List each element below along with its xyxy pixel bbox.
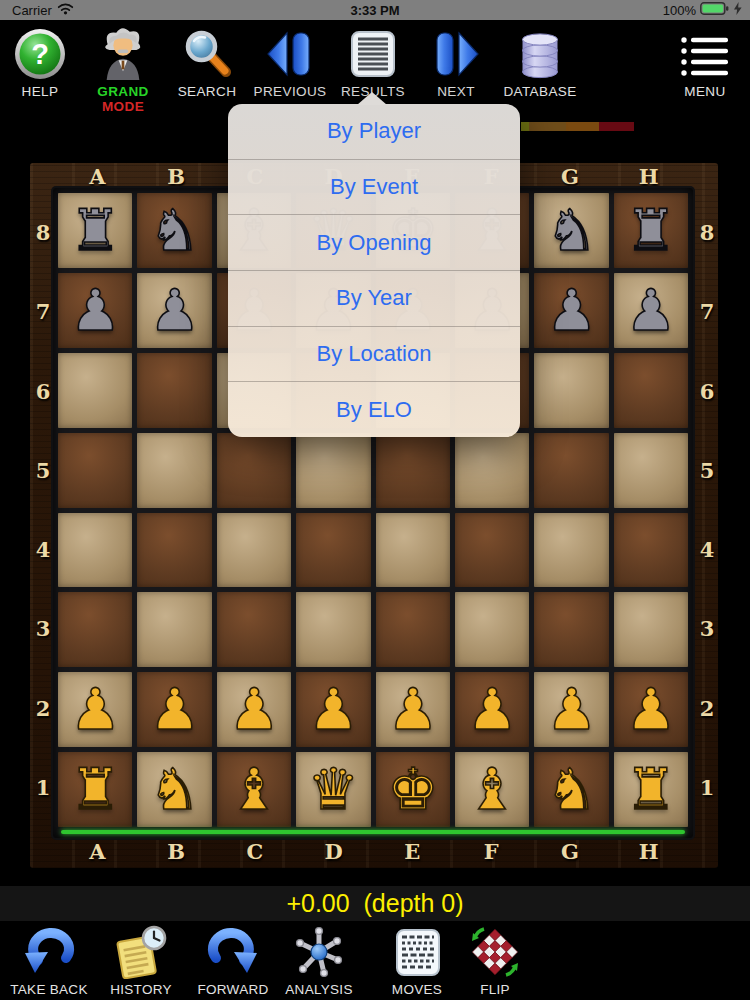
white-rook: ♜ — [625, 761, 676, 818]
square-g4[interactable] — [534, 513, 608, 588]
square-b6[interactable] — [137, 353, 211, 428]
evaluation-text: +0.00 (depth 0) — [286, 889, 463, 918]
file-label-b: B — [137, 165, 216, 188]
database-button[interactable]: DATABASE — [495, 26, 585, 100]
previous-button[interactable]: PREVIOUS — [245, 26, 335, 100]
rank-label-5: 5 — [33, 431, 53, 510]
carrier-label: Carrier — [12, 3, 52, 18]
rank-label-8: 8 — [697, 193, 717, 272]
forward-button[interactable]: FORWARD — [185, 923, 281, 997]
square-h5[interactable] — [614, 433, 688, 508]
file-label-h: H — [609, 837, 688, 865]
file-label-e: E — [373, 837, 452, 865]
square-e4[interactable] — [376, 513, 450, 588]
square-a2[interactable]: ♟ — [58, 672, 132, 747]
square-f1[interactable]: ♝ — [455, 752, 529, 827]
strength-gradient-bar — [521, 122, 634, 131]
menu-item-by-elo[interactable]: By ELO — [228, 382, 520, 437]
chess-app: 3:33 PM Carrier 100% — [0, 0, 750, 1000]
rank-label-4: 4 — [697, 510, 717, 589]
file-labels-bottom: ABCDEFGH — [58, 837, 688, 865]
rank-label-2: 2 — [697, 669, 717, 748]
analysis-button[interactable]: ANALYSIS — [271, 923, 367, 997]
square-c2[interactable]: ♟ — [217, 672, 291, 747]
take-back-button[interactable]: TAKE BACK — [1, 923, 97, 997]
wifi-icon — [57, 2, 74, 18]
file-label-f: F — [452, 837, 531, 865]
square-f3[interactable] — [455, 592, 529, 667]
file-label-h: H — [609, 165, 688, 188]
square-e1[interactable]: ♚ — [376, 752, 450, 827]
square-b7[interactable]: ♟ — [137, 273, 211, 348]
next-arrow-icon — [430, 26, 482, 80]
flip-board-icon — [467, 923, 523, 979]
square-b1[interactable]: ♞ — [137, 752, 211, 827]
results-popover: By Player By Event By Opening By Year By… — [228, 104, 520, 437]
search-label: SEARCH — [178, 85, 237, 100]
grand-mode-button[interactable]: GRAND MODE — [78, 26, 168, 115]
grand-label: GRAND — [97, 84, 149, 99]
database-label: DATABASE — [503, 85, 576, 100]
white-pawn: ♟ — [70, 681, 121, 738]
square-a8[interactable]: ♜ — [58, 193, 132, 268]
history-button[interactable]: HISTORY — [93, 923, 189, 997]
rank-label-7: 7 — [697, 272, 717, 351]
white-pawn: ♟ — [467, 681, 518, 738]
rank-label-8: 8 — [33, 193, 53, 272]
square-g6[interactable] — [534, 353, 608, 428]
white-king: ♚ — [387, 761, 438, 818]
square-c5[interactable] — [217, 433, 291, 508]
square-g8[interactable]: ♞ — [534, 193, 608, 268]
white-pawn: ♟ — [228, 681, 279, 738]
black-pawn: ♟ — [149, 282, 200, 339]
menu-label: MENU — [684, 85, 725, 100]
undo-arrow-icon — [21, 923, 77, 979]
atom-icon — [291, 923, 347, 979]
black-rook: ♜ — [70, 202, 121, 259]
square-f4[interactable] — [455, 513, 529, 588]
rank-label-3: 3 — [697, 589, 717, 668]
square-h1[interactable]: ♜ — [614, 752, 688, 827]
svg-text:?: ? — [31, 38, 49, 70]
square-a1[interactable]: ♜ — [58, 752, 132, 827]
square-b3[interactable] — [137, 592, 211, 667]
rank-label-1: 1 — [697, 748, 717, 827]
white-pawn: ♟ — [546, 681, 597, 738]
move-list-icon — [389, 923, 445, 979]
black-pawn: ♟ — [70, 282, 121, 339]
help-button[interactable]: ? HELP — [0, 26, 85, 100]
square-c3[interactable] — [217, 592, 291, 667]
battery-icon — [700, 2, 730, 18]
square-g1[interactable]: ♞ — [534, 752, 608, 827]
square-c1[interactable]: ♝ — [217, 752, 291, 827]
search-button[interactable]: SEARCH — [162, 26, 252, 100]
white-knight: ♞ — [546, 761, 597, 818]
charging-bolt-icon — [734, 2, 742, 18]
file-label-g: G — [531, 165, 610, 188]
magnifier-icon — [181, 26, 233, 80]
white-knight: ♞ — [149, 761, 200, 818]
white-rook: ♜ — [70, 761, 121, 818]
status-bar: 3:33 PM Carrier 100% — [0, 0, 750, 20]
popover-arrow — [357, 92, 387, 105]
square-d3[interactable] — [296, 592, 370, 667]
square-g2[interactable]: ♟ — [534, 672, 608, 747]
flip-label: FLIP — [480, 982, 510, 997]
rank-labels-left: 87654321 — [33, 193, 53, 827]
notes-clock-icon — [113, 923, 169, 979]
white-to-move-indicator — [61, 830, 685, 834]
file-label-c: C — [216, 837, 295, 865]
battery-percent-label: 100% — [663, 3, 696, 18]
flip-button[interactable]: FLIP — [447, 923, 543, 997]
file-label-g: G — [531, 837, 610, 865]
square-f2[interactable]: ♟ — [455, 672, 529, 747]
rank-label-4: 4 — [33, 510, 53, 589]
rank-label-6: 6 — [697, 352, 717, 431]
square-c4[interactable] — [217, 513, 291, 588]
square-d2[interactable]: ♟ — [296, 672, 370, 747]
take-back-label: TAKE BACK — [10, 982, 87, 997]
file-label-a: A — [58, 837, 137, 865]
square-h6[interactable] — [614, 353, 688, 428]
square-h2[interactable]: ♟ — [614, 672, 688, 747]
history-label: HISTORY — [110, 982, 172, 997]
square-a5[interactable] — [58, 433, 132, 508]
rank-label-3: 3 — [33, 589, 53, 668]
square-h8[interactable]: ♜ — [614, 193, 688, 268]
square-g5[interactable] — [534, 433, 608, 508]
white-bishop: ♝ — [228, 761, 279, 818]
einstein-icon — [98, 26, 148, 80]
bottom-toolbar: TAKE BACK HISTORY — [0, 921, 750, 1000]
previous-label: PREVIOUS — [254, 85, 327, 100]
black-knight: ♞ — [546, 202, 597, 259]
square-a4[interactable] — [58, 513, 132, 588]
rank-label-6: 6 — [33, 352, 53, 431]
square-e5[interactable] — [376, 433, 450, 508]
menu-item-by-event[interactable]: By Event — [228, 160, 520, 216]
square-b5[interactable] — [137, 433, 211, 508]
database-cylinder-icon — [514, 26, 566, 80]
rank-label-5: 5 — [697, 431, 717, 510]
rank-labels-right: 87654321 — [697, 193, 717, 827]
white-pawn: ♟ — [149, 681, 200, 738]
help-label: HELP — [22, 85, 59, 100]
redo-arrow-icon — [205, 923, 261, 979]
white-bishop: ♝ — [467, 761, 518, 818]
rank-label-7: 7 — [33, 272, 53, 351]
forward-label: FORWARD — [197, 982, 268, 997]
black-pawn: ♟ — [546, 282, 597, 339]
white-pawn: ♟ — [387, 681, 438, 738]
square-a7[interactable]: ♟ — [58, 273, 132, 348]
square-g3[interactable] — [534, 592, 608, 667]
file-label-a: A — [58, 165, 137, 188]
square-h3[interactable] — [614, 592, 688, 667]
square-b4[interactable] — [137, 513, 211, 588]
mode-label: MODE — [102, 99, 144, 114]
square-a3[interactable] — [58, 592, 132, 667]
menu-item-by-year[interactable]: By Year — [228, 271, 520, 327]
black-pawn: ♟ — [625, 282, 676, 339]
analysis-label: ANALYSIS — [285, 982, 352, 997]
black-knight: ♞ — [149, 202, 200, 259]
square-d4[interactable] — [296, 513, 370, 588]
moves-label: MOVES — [392, 982, 442, 997]
white-pawn: ♟ — [308, 681, 359, 738]
clock-text: 3:33 PM — [0, 3, 750, 18]
rank-label-2: 2 — [33, 669, 53, 748]
file-label-b: B — [137, 837, 216, 865]
menu-item-by-opening[interactable]: By Opening — [228, 215, 520, 271]
menu-item-by-location[interactable]: By Location — [228, 327, 520, 383]
previous-arrow-icon — [264, 26, 316, 80]
square-h4[interactable] — [614, 513, 688, 588]
next-button[interactable]: NEXT — [411, 26, 501, 100]
square-a6[interactable] — [58, 353, 132, 428]
square-e3[interactable] — [376, 592, 450, 667]
square-g7[interactable]: ♟ — [534, 273, 608, 348]
square-b2[interactable]: ♟ — [137, 672, 211, 747]
evaluation-bar: +0.00 (depth 0) — [0, 886, 750, 921]
menu-item-by-player[interactable]: By Player — [228, 104, 520, 160]
next-label: NEXT — [437, 85, 475, 100]
hamburger-menu-icon — [679, 26, 731, 80]
black-rook: ♜ — [625, 202, 676, 259]
results-button[interactable]: RESULTS — [328, 26, 418, 100]
rank-label-1: 1 — [33, 748, 53, 827]
square-d1[interactable]: ♛ — [296, 752, 370, 827]
square-e2[interactable]: ♟ — [376, 672, 450, 747]
square-f5[interactable] — [455, 433, 529, 508]
question-mark-icon: ? — [14, 26, 66, 80]
white-queen: ♛ — [308, 761, 359, 818]
square-h7[interactable]: ♟ — [614, 273, 688, 348]
square-d5[interactable] — [296, 433, 370, 508]
file-label-d: D — [294, 837, 373, 865]
menu-button[interactable]: MENU — [660, 26, 750, 100]
list-icon — [347, 26, 399, 80]
square-b8[interactable]: ♞ — [137, 193, 211, 268]
white-pawn: ♟ — [625, 681, 676, 738]
